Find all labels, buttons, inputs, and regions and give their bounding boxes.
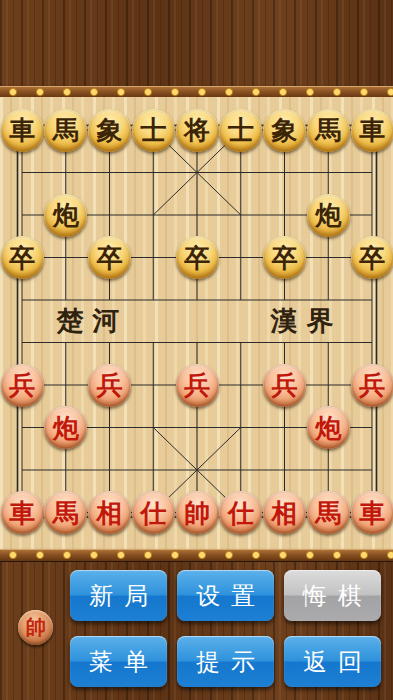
piece-glyph: 車	[9, 500, 35, 526]
piece-black-cannon[interactable]: 炮	[307, 194, 350, 237]
piece-glyph: 馬	[315, 117, 341, 143]
piece-glyph: 卒	[184, 245, 210, 271]
new-game-button[interactable]: 新局	[70, 570, 167, 621]
piece-red-advisor[interactable]: 仕	[219, 491, 262, 534]
piece-red-soldier[interactable]: 兵	[1, 364, 44, 407]
piece-glyph: 兵	[9, 372, 35, 398]
piece-red-cannon[interactable]: 炮	[307, 406, 350, 449]
piece-red-soldier[interactable]: 兵	[88, 364, 131, 407]
piece-glyph: 車	[359, 117, 385, 143]
piece-glyph: 炮	[315, 202, 341, 228]
piece-red-soldier[interactable]: 兵	[351, 364, 393, 407]
piece-black-chariot[interactable]: 車	[1, 109, 44, 152]
piece-black-soldier[interactable]: 卒	[263, 236, 306, 279]
piece-glyph: 象	[97, 117, 123, 143]
piece-glyph: 象	[272, 117, 298, 143]
piece-glyph: 兵	[359, 372, 385, 398]
hint-button[interactable]: 提示	[177, 636, 274, 687]
piece-red-chariot[interactable]: 車	[1, 491, 44, 534]
piece-glyph: 車	[359, 500, 385, 526]
piece-black-horse[interactable]: 馬	[307, 109, 350, 152]
piece-glyph: 馬	[315, 500, 341, 526]
piece-glyph: 馬	[53, 500, 79, 526]
xiangqi-app: 楚河 漢界 車馬象士将士象馬車炮炮卒卒卒卒卒兵兵兵兵兵炮炮車馬相仕帥仕相馬車 帥…	[0, 0, 393, 700]
button-row-bottom: 菜单 提示 返回	[70, 636, 381, 687]
piece-glyph: 卒	[9, 245, 35, 271]
piece-glyph: 炮	[53, 415, 79, 441]
turn-indicator-glyph: 帥	[26, 614, 46, 641]
piece-glyph: 士	[228, 117, 254, 143]
piece-glyph: 相	[272, 500, 298, 526]
piece-glyph: 炮	[53, 202, 79, 228]
piece-glyph: 車	[9, 117, 35, 143]
piece-black-horse[interactable]: 馬	[44, 109, 87, 152]
piece-glyph: 兵	[272, 372, 298, 398]
piece-red-advisor[interactable]: 仕	[132, 491, 175, 534]
piece-red-horse[interactable]: 馬	[44, 491, 87, 534]
piece-glyph: 将	[184, 117, 210, 143]
piece-black-soldier[interactable]: 卒	[176, 236, 219, 279]
bottom-studded-rail	[0, 549, 393, 561]
piece-black-advisor[interactable]: 士	[219, 109, 262, 152]
piece-glyph: 卒	[97, 245, 123, 271]
piece-black-general[interactable]: 将	[176, 109, 219, 152]
piece-glyph: 炮	[315, 415, 341, 441]
piece-black-soldier[interactable]: 卒	[351, 236, 393, 279]
piece-black-chariot[interactable]: 車	[351, 109, 393, 152]
back-button[interactable]: 返回	[284, 636, 381, 687]
button-row-top: 新局 设置 悔棋	[70, 570, 381, 621]
piece-red-soldier[interactable]: 兵	[176, 364, 219, 407]
undo-button[interactable]: 悔棋	[284, 570, 381, 621]
piece-glyph: 兵	[97, 372, 123, 398]
piece-red-elephant[interactable]: 相	[88, 491, 131, 534]
piece-glyph: 卒	[359, 245, 385, 271]
piece-black-elephant[interactable]: 象	[263, 109, 306, 152]
piece-glyph: 相	[97, 500, 123, 526]
piece-black-elephant[interactable]: 象	[88, 109, 131, 152]
menu-button[interactable]: 菜单	[70, 636, 167, 687]
river-label-right: 漢界	[262, 303, 343, 339]
piece-red-soldier[interactable]: 兵	[263, 364, 306, 407]
piece-glyph: 馬	[53, 117, 79, 143]
piece-red-cannon[interactable]: 炮	[44, 406, 87, 449]
piece-glyph: 兵	[184, 372, 210, 398]
piece-red-elephant[interactable]: 相	[263, 491, 306, 534]
piece-glyph: 帥	[184, 500, 210, 526]
piece-red-chariot[interactable]: 車	[351, 491, 393, 534]
piece-black-soldier[interactable]: 卒	[88, 236, 131, 279]
settings-button[interactable]: 设置	[177, 570, 274, 621]
piece-glyph: 仕	[228, 500, 254, 526]
piece-red-horse[interactable]: 馬	[307, 491, 350, 534]
turn-indicator-piece: 帥	[18, 610, 53, 645]
river-label-left: 楚河	[48, 303, 129, 339]
top-wood-panel	[0, 0, 393, 86]
piece-glyph: 仕	[140, 500, 166, 526]
piece-glyph: 卒	[272, 245, 298, 271]
piece-glyph: 士	[140, 117, 166, 143]
xiangqi-board[interactable]: 楚河 漢界 車馬象士将士象馬車炮炮卒卒卒卒卒兵兵兵兵兵炮炮車馬相仕帥仕相馬車	[0, 97, 393, 549]
piece-black-advisor[interactable]: 士	[132, 109, 175, 152]
piece-black-soldier[interactable]: 卒	[1, 236, 44, 279]
piece-red-general[interactable]: 帥	[176, 491, 219, 534]
piece-black-cannon[interactable]: 炮	[44, 194, 87, 237]
